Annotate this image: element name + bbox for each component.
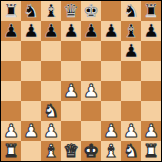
square-b7[interactable]: ♟ <box>21 21 41 41</box>
piece-white-bishop: ♝ <box>103 141 119 161</box>
square-g3[interactable] <box>121 101 141 121</box>
square-d1[interactable]: ♛ <box>61 141 81 161</box>
square-g7[interactable]: ♝ <box>121 21 141 41</box>
piece-black-pawn: ♟ <box>63 21 79 41</box>
square-h1[interactable]: ♜ <box>141 141 161 161</box>
piece-black-pawn: ♟ <box>123 41 139 61</box>
square-f8[interactable] <box>101 1 121 21</box>
square-c6[interactable] <box>41 41 61 61</box>
piece-white-bishop: ♝ <box>43 141 59 161</box>
square-b1[interactable] <box>21 141 41 161</box>
square-c2[interactable]: ♟ <box>41 121 61 141</box>
chess-board: ♜♞♝♛♚♞♜♟♟♟♟♟♟♝♟♟♟♟♞♟♟♟♟♟♟♜♝♛♚♝♞♜ <box>0 0 162 162</box>
piece-black-knight: ♞ <box>123 1 139 21</box>
square-b4[interactable] <box>21 81 41 101</box>
square-e5[interactable] <box>81 61 101 81</box>
piece-white-rook: ♜ <box>3 141 19 161</box>
square-e4[interactable]: ♟ <box>81 81 101 101</box>
chess-board-window: ♜♞♝♛♚♞♜♟♟♟♟♟♟♝♟♟♟♟♞♟♟♟♟♟♟♜♝♛♚♝♞♜ <box>0 0 162 162</box>
square-d3[interactable] <box>61 101 81 121</box>
square-h5[interactable] <box>141 61 161 81</box>
square-a4[interactable] <box>1 81 21 101</box>
piece-black-rook: ♜ <box>143 1 159 21</box>
square-b8[interactable]: ♞ <box>21 1 41 21</box>
square-b2[interactable]: ♟ <box>21 121 41 141</box>
square-g8[interactable]: ♞ <box>121 1 141 21</box>
square-e6[interactable] <box>81 41 101 61</box>
piece-white-pawn: ♟ <box>3 121 19 141</box>
piece-white-king: ♚ <box>83 141 99 161</box>
square-e3[interactable] <box>81 101 101 121</box>
square-a2[interactable]: ♟ <box>1 121 21 141</box>
square-d8[interactable]: ♛ <box>61 1 81 21</box>
piece-black-pawn: ♟ <box>23 21 39 41</box>
piece-black-bishop: ♝ <box>43 1 59 21</box>
square-g5[interactable] <box>121 61 141 81</box>
piece-black-rook: ♜ <box>3 1 19 21</box>
square-h2[interactable]: ♟ <box>141 121 161 141</box>
square-f6[interactable] <box>101 41 121 61</box>
piece-white-pawn: ♟ <box>63 81 79 101</box>
square-a5[interactable] <box>1 61 21 81</box>
square-a8[interactable]: ♜ <box>1 1 21 21</box>
piece-black-pawn: ♟ <box>3 21 19 41</box>
piece-white-queen: ♛ <box>63 141 79 161</box>
piece-white-pawn: ♟ <box>143 121 159 141</box>
square-h6[interactable] <box>141 41 161 61</box>
piece-black-pawn: ♟ <box>103 21 119 41</box>
square-a3[interactable] <box>1 101 21 121</box>
square-f3[interactable] <box>101 101 121 121</box>
square-c4[interactable] <box>41 81 61 101</box>
piece-black-pawn: ♟ <box>83 21 99 41</box>
square-f1[interactable]: ♝ <box>101 141 121 161</box>
square-f5[interactable] <box>101 61 121 81</box>
square-h7[interactable]: ♟ <box>141 21 161 41</box>
piece-white-pawn: ♟ <box>103 121 119 141</box>
square-d2[interactable] <box>61 121 81 141</box>
square-c3[interactable]: ♞ <box>41 101 61 121</box>
square-g1[interactable]: ♞ <box>121 141 141 161</box>
square-d7[interactable]: ♟ <box>61 21 81 41</box>
square-c7[interactable]: ♟ <box>41 21 61 41</box>
square-d6[interactable] <box>61 41 81 61</box>
square-d4[interactable]: ♟ <box>61 81 81 101</box>
square-g4[interactable] <box>121 81 141 101</box>
piece-white-knight: ♞ <box>43 101 59 121</box>
piece-black-knight: ♞ <box>23 1 39 21</box>
piece-black-bishop: ♝ <box>123 21 139 41</box>
square-h8[interactable]: ♜ <box>141 1 161 21</box>
square-c5[interactable] <box>41 61 61 81</box>
piece-white-pawn: ♟ <box>83 81 99 101</box>
square-c8[interactable]: ♝ <box>41 1 61 21</box>
piece-black-pawn: ♟ <box>143 21 159 41</box>
square-e8[interactable]: ♚ <box>81 1 101 21</box>
square-g6[interactable]: ♟ <box>121 41 141 61</box>
piece-white-knight: ♞ <box>123 141 139 161</box>
square-f2[interactable]: ♟ <box>101 121 121 141</box>
square-a1[interactable]: ♜ <box>1 141 21 161</box>
square-a7[interactable]: ♟ <box>1 21 21 41</box>
piece-white-pawn: ♟ <box>123 121 139 141</box>
piece-white-pawn: ♟ <box>23 121 39 141</box>
square-d5[interactable] <box>61 61 81 81</box>
piece-black-queen: ♛ <box>63 1 79 21</box>
square-b6[interactable] <box>21 41 41 61</box>
square-f7[interactable]: ♟ <box>101 21 121 41</box>
piece-black-pawn: ♟ <box>43 21 59 41</box>
square-b3[interactable] <box>21 101 41 121</box>
piece-black-king: ♚ <box>83 1 99 21</box>
square-e1[interactable]: ♚ <box>81 141 101 161</box>
square-a6[interactable] <box>1 41 21 61</box>
square-h3[interactable] <box>141 101 161 121</box>
piece-white-pawn: ♟ <box>43 121 59 141</box>
piece-white-rook: ♜ <box>143 141 159 161</box>
square-g2[interactable]: ♟ <box>121 121 141 141</box>
square-b5[interactable] <box>21 61 41 81</box>
square-f4[interactable] <box>101 81 121 101</box>
square-h4[interactable] <box>141 81 161 101</box>
square-c1[interactable]: ♝ <box>41 141 61 161</box>
square-e2[interactable] <box>81 121 101 141</box>
square-e7[interactable]: ♟ <box>81 21 101 41</box>
